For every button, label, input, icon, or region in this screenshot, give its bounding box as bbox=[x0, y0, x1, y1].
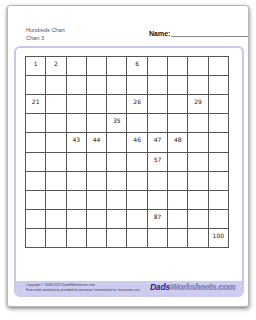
grid-cell-blank bbox=[87, 95, 107, 114]
copyright-text: Copyright © 2008-2015 DadsWorksheets.com… bbox=[26, 283, 140, 292]
worksheet-page: Hundreds Chart Chart 3 Name: Copyright ©… bbox=[7, 5, 249, 307]
grid-cell-blank bbox=[168, 229, 188, 248]
grid-cell-blank bbox=[46, 191, 66, 210]
cell-number: 100 bbox=[213, 232, 224, 239]
cell-number: 21 bbox=[32, 98, 40, 105]
grid-cell-blank bbox=[168, 191, 188, 210]
cell-number: 6 bbox=[135, 60, 139, 67]
grid-cell-blank bbox=[87, 172, 107, 191]
grid-cell-given: 47 bbox=[148, 133, 168, 152]
grid-cell-blank bbox=[127, 114, 147, 133]
grid-cell-blank bbox=[209, 57, 229, 76]
grid-cell-blank bbox=[107, 76, 127, 95]
grid-cell-blank bbox=[188, 114, 208, 133]
logo-dads-text: Dads bbox=[150, 282, 170, 292]
grid-cell-blank bbox=[46, 95, 66, 114]
grid-cell-blank bbox=[188, 76, 208, 95]
dadsworksheets-logo: DadsWorksheets.com bbox=[150, 282, 235, 292]
grid-cell-blank bbox=[127, 210, 147, 229]
grid-cell-blank bbox=[127, 76, 147, 95]
grid-cell-blank bbox=[87, 229, 107, 248]
grid-cell-blank bbox=[26, 153, 46, 172]
hundreds-grid: 1262126293543444647485787100 bbox=[25, 56, 229, 248]
grid-cell-given: 6 bbox=[127, 57, 147, 76]
grid-cell-blank bbox=[127, 191, 147, 210]
grid-cell-blank bbox=[87, 114, 107, 133]
grid-cell-blank bbox=[188, 191, 208, 210]
grid-cell-blank bbox=[168, 210, 188, 229]
worksheet-title: Hundreds Chart bbox=[26, 27, 65, 35]
grid-cell-blank bbox=[148, 229, 168, 248]
grid-cell-blank bbox=[67, 229, 87, 248]
grid-cell-blank bbox=[107, 172, 127, 191]
grid-cell-blank bbox=[87, 57, 107, 76]
grid-cell-blank bbox=[87, 191, 107, 210]
grid-cell-given: 100 bbox=[209, 229, 229, 248]
grid-cell-blank bbox=[67, 57, 87, 76]
copyright-line2: Free math worksheets provided for person… bbox=[26, 288, 140, 293]
grid-cell-blank bbox=[46, 76, 66, 95]
grid-cell-blank bbox=[26, 229, 46, 248]
grid-cell-blank bbox=[209, 210, 229, 229]
grid-cell-given: 48 bbox=[168, 133, 188, 152]
grid-cell-blank bbox=[107, 153, 127, 172]
grid-cell-blank bbox=[107, 95, 127, 114]
grid-cell-blank bbox=[148, 191, 168, 210]
worksheet-subtitle: Chart 3 bbox=[26, 35, 65, 43]
grid-cell-blank bbox=[46, 210, 66, 229]
grid-cell-blank bbox=[67, 191, 87, 210]
footer-strip: Copyright © 2008-2015 DadsWorksheets.com… bbox=[16, 281, 242, 295]
grid-cell-blank bbox=[188, 210, 208, 229]
grid-cell-blank bbox=[67, 95, 87, 114]
cell-number: 44 bbox=[93, 136, 101, 143]
grid-cell-given: 57 bbox=[148, 153, 168, 172]
grid-cell-blank bbox=[148, 95, 168, 114]
grid-cell-given: 35 bbox=[107, 114, 127, 133]
grid-cell-blank bbox=[188, 153, 208, 172]
grid-cell-blank bbox=[209, 76, 229, 95]
grid-cell-blank bbox=[209, 95, 229, 114]
cell-number: 2 bbox=[54, 60, 58, 67]
cell-number: 43 bbox=[72, 136, 80, 143]
grid-cell-blank bbox=[188, 172, 208, 191]
grid-cell-given: 2 bbox=[46, 57, 66, 76]
logo-worksheets-text: Worksheets.com bbox=[170, 282, 235, 292]
grid-cell-blank bbox=[148, 172, 168, 191]
grid-cell-blank bbox=[87, 153, 107, 172]
name-block: Name: bbox=[149, 29, 248, 37]
grid-cell-blank bbox=[26, 76, 46, 95]
cell-number: 26 bbox=[133, 98, 141, 105]
grid-cell-blank bbox=[26, 133, 46, 152]
grid-cell-blank bbox=[168, 76, 188, 95]
grid-cell-blank bbox=[209, 114, 229, 133]
grid-cell-blank bbox=[46, 172, 66, 191]
grid-cell-blank bbox=[87, 76, 107, 95]
grid-cell-blank bbox=[107, 191, 127, 210]
grid-cell-blank bbox=[107, 210, 127, 229]
grid-cell-blank bbox=[168, 57, 188, 76]
grid-cell-blank bbox=[26, 191, 46, 210]
worksheet-title-block: Hundreds Chart Chart 3 bbox=[26, 27, 65, 43]
grid-cell-blank bbox=[46, 133, 66, 152]
grid-cell-blank bbox=[67, 210, 87, 229]
grid-cell-blank bbox=[188, 133, 208, 152]
cell-number: 29 bbox=[194, 98, 202, 105]
grid-cell-blank bbox=[127, 153, 147, 172]
grid-cell-given: 26 bbox=[127, 95, 147, 114]
grid-cell-blank bbox=[67, 76, 87, 95]
grid-cell-blank bbox=[67, 172, 87, 191]
grid-cell-blank bbox=[107, 133, 127, 152]
cell-number: 87 bbox=[154, 213, 162, 220]
grid-cell-blank bbox=[168, 172, 188, 191]
grid-cell-blank bbox=[209, 172, 229, 191]
grid-cell-blank bbox=[168, 95, 188, 114]
grid-cell-blank bbox=[26, 172, 46, 191]
cell-number: 46 bbox=[133, 136, 141, 143]
name-write-line bbox=[171, 29, 248, 37]
grid-cell-blank bbox=[127, 172, 147, 191]
grid-cell-blank bbox=[188, 229, 208, 248]
cell-number: 1 bbox=[34, 60, 38, 67]
grid-cell-blank bbox=[168, 114, 188, 133]
grid-cell-blank bbox=[127, 229, 147, 248]
grid-cell-blank bbox=[46, 114, 66, 133]
grid-cell-blank bbox=[26, 210, 46, 229]
grid-cell-given: 21 bbox=[26, 95, 46, 114]
grid-cell-given: 29 bbox=[188, 95, 208, 114]
grid-cell-blank bbox=[107, 229, 127, 248]
grid-cell-blank bbox=[188, 57, 208, 76]
grid-cell-blank bbox=[107, 57, 127, 76]
cell-number: 48 bbox=[174, 136, 182, 143]
grid-cell-blank bbox=[87, 210, 107, 229]
cell-number: 47 bbox=[154, 136, 162, 143]
grid-cell-blank bbox=[67, 153, 87, 172]
grid-cell-blank bbox=[148, 76, 168, 95]
grid-cell-given: 43 bbox=[67, 133, 87, 152]
grid-cell-blank bbox=[46, 153, 66, 172]
grid-cell-given: 1 bbox=[26, 57, 46, 76]
grid-cell-blank bbox=[67, 114, 87, 133]
grid-cell-blank bbox=[168, 153, 188, 172]
grid-cell-given: 44 bbox=[87, 133, 107, 152]
grid-cell-blank bbox=[46, 229, 66, 248]
grid-cell-blank bbox=[209, 133, 229, 152]
name-label: Name: bbox=[149, 30, 171, 37]
grid-cell-blank bbox=[209, 191, 229, 210]
cell-number: 35 bbox=[113, 117, 121, 124]
grid-cell-blank bbox=[148, 57, 168, 76]
cell-number: 57 bbox=[154, 156, 162, 163]
grid-cell-given: 46 bbox=[127, 133, 147, 152]
grid-cell-given: 87 bbox=[148, 210, 168, 229]
grid-cell-blank bbox=[148, 114, 168, 133]
grid-cell-blank bbox=[26, 114, 46, 133]
grid-cell-blank bbox=[209, 153, 229, 172]
